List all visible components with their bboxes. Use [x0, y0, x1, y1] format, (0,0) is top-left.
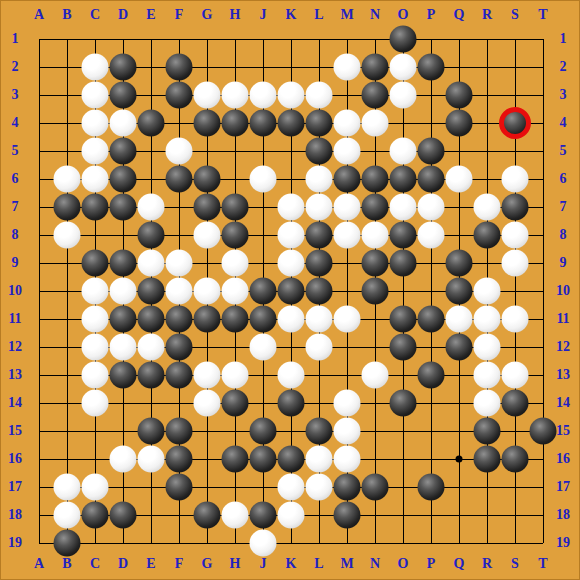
stone-black	[138, 110, 165, 137]
coordinate-label-bottom: S	[511, 556, 519, 572]
stone-black	[166, 54, 193, 81]
coordinate-label-top: Q	[454, 7, 465, 23]
coordinate-label-left: 4	[12, 115, 19, 131]
stone-black	[194, 502, 221, 529]
stone-white	[306, 306, 333, 333]
stone-white	[362, 110, 389, 137]
stone-black	[222, 110, 249, 137]
stone-black	[306, 278, 333, 305]
stone-black	[306, 222, 333, 249]
stone-black	[138, 362, 165, 389]
stone-white	[138, 334, 165, 361]
stone-white	[222, 82, 249, 109]
coordinate-label-right: 9	[560, 255, 567, 271]
stone-white	[334, 222, 361, 249]
stone-black	[278, 278, 305, 305]
coordinate-label-left: 14	[8, 395, 22, 411]
coordinate-label-bottom: P	[427, 556, 436, 572]
stone-white	[306, 334, 333, 361]
stone-black	[502, 194, 529, 221]
stone-white	[474, 334, 501, 361]
stone-black	[54, 530, 81, 557]
stone-black	[166, 82, 193, 109]
stone-black	[110, 250, 137, 277]
stone-white	[390, 194, 417, 221]
coordinate-label-top: G	[202, 7, 213, 23]
stone-black	[306, 250, 333, 277]
stone-black	[418, 138, 445, 165]
stone-black	[250, 502, 277, 529]
stone-black	[110, 54, 137, 81]
stone-black	[166, 306, 193, 333]
stone-white	[502, 222, 529, 249]
stone-black	[138, 306, 165, 333]
stone-white	[474, 278, 501, 305]
stone-white	[502, 250, 529, 277]
coordinate-label-bottom: E	[146, 556, 155, 572]
stone-black	[166, 166, 193, 193]
stone-white	[474, 306, 501, 333]
stone-black	[446, 110, 473, 137]
stone-black	[250, 110, 277, 137]
coordinate-label-left: 17	[8, 479, 22, 495]
stone-black	[306, 418, 333, 445]
stone-white	[334, 418, 361, 445]
stone-black	[194, 110, 221, 137]
coordinate-label-right: 1	[560, 31, 567, 47]
coordinate-label-right: 10	[556, 283, 570, 299]
stone-black	[278, 110, 305, 137]
stone-white	[250, 334, 277, 361]
stone-black	[474, 418, 501, 445]
coordinate-label-right: 8	[560, 227, 567, 243]
stone-white	[138, 446, 165, 473]
stone-white	[82, 390, 109, 417]
stone-white	[502, 306, 529, 333]
stone-white	[334, 194, 361, 221]
stone-black	[250, 306, 277, 333]
coordinate-label-top: B	[62, 7, 71, 23]
stone-white	[278, 502, 305, 529]
stone-black	[474, 222, 501, 249]
coordinate-label-top: T	[538, 7, 547, 23]
stone-black	[138, 222, 165, 249]
stone-white	[418, 194, 445, 221]
stone-black	[110, 306, 137, 333]
coordinate-label-left: 1	[12, 31, 19, 47]
coordinate-label-right: 5	[560, 143, 567, 159]
stone-white	[82, 166, 109, 193]
stone-white	[334, 110, 361, 137]
coordinate-label-right: 7	[560, 199, 567, 215]
stone-black	[166, 362, 193, 389]
stone-white	[334, 306, 361, 333]
stone-white	[250, 166, 277, 193]
stone-black	[334, 502, 361, 529]
stone-black	[138, 278, 165, 305]
stone-white	[334, 54, 361, 81]
coordinate-label-bottom: H	[230, 556, 241, 572]
stone-white	[194, 362, 221, 389]
stone-white	[474, 194, 501, 221]
coordinate-label-bottom: B	[62, 556, 71, 572]
stone-black	[334, 474, 361, 501]
stone-white	[54, 474, 81, 501]
stone-white	[362, 362, 389, 389]
stone-white	[82, 362, 109, 389]
stone-white	[446, 166, 473, 193]
stone-white	[278, 250, 305, 277]
stone-white	[390, 138, 417, 165]
stone-white	[306, 194, 333, 221]
coordinate-label-bottom: D	[118, 556, 128, 572]
coordinate-label-top: A	[34, 7, 44, 23]
stone-black	[390, 26, 417, 53]
stone-black	[250, 446, 277, 473]
stone-black	[502, 446, 529, 473]
stone-black	[362, 194, 389, 221]
coordinate-label-right: 2	[560, 59, 567, 75]
coordinate-label-bottom: G	[202, 556, 213, 572]
stone-black	[138, 418, 165, 445]
coordinate-label-bottom: T	[538, 556, 547, 572]
stone-white	[222, 250, 249, 277]
stone-white	[110, 110, 137, 137]
stone-black	[418, 166, 445, 193]
stone-white	[110, 278, 137, 305]
stone-white	[82, 306, 109, 333]
coordinate-label-top: O	[398, 7, 409, 23]
coordinate-label-right: 6	[560, 171, 567, 187]
stone-black	[222, 222, 249, 249]
coordinate-label-left: 18	[8, 507, 22, 523]
stone-black	[110, 138, 137, 165]
stone-white	[418, 222, 445, 249]
stone-black	[362, 54, 389, 81]
coordinate-label-right: 16	[556, 451, 570, 467]
coordinate-label-left: 11	[8, 311, 21, 327]
stone-black	[110, 166, 137, 193]
coordinate-label-top: C	[90, 7, 100, 23]
coordinate-label-bottom: L	[314, 556, 323, 572]
coordinate-label-right: 3	[560, 87, 567, 103]
stone-white	[82, 110, 109, 137]
stone-black	[446, 278, 473, 305]
stone-white	[278, 306, 305, 333]
stone-black	[250, 418, 277, 445]
coordinate-label-bottom: N	[370, 556, 380, 572]
coordinate-label-right: 13	[556, 367, 570, 383]
stone-black	[110, 362, 137, 389]
stone-black	[222, 390, 249, 417]
stone-black	[390, 306, 417, 333]
stone-black	[166, 446, 193, 473]
coordinate-label-left: 8	[12, 227, 19, 243]
stone-white	[306, 82, 333, 109]
stone-white	[250, 82, 277, 109]
coordinate-label-bottom: C	[90, 556, 100, 572]
stone-white	[194, 222, 221, 249]
stone-black	[278, 390, 305, 417]
stone-white	[334, 390, 361, 417]
stone-black	[474, 446, 501, 473]
coordinate-label-left: 10	[8, 283, 22, 299]
stone-white	[278, 194, 305, 221]
stone-white	[166, 138, 193, 165]
coordinate-label-top: F	[175, 7, 184, 23]
stone-black	[362, 278, 389, 305]
coordinate-label-right: 14	[556, 395, 570, 411]
stone-black	[194, 306, 221, 333]
stone-white	[82, 138, 109, 165]
stone-black	[110, 502, 137, 529]
stone-black	[418, 54, 445, 81]
stone-black	[530, 418, 557, 445]
coordinate-label-bottom: A	[34, 556, 44, 572]
stone-white	[390, 54, 417, 81]
stone-black	[418, 362, 445, 389]
stone-black	[222, 446, 249, 473]
stone-white	[278, 222, 305, 249]
coordinate-label-top: H	[230, 7, 241, 23]
stone-black	[222, 306, 249, 333]
stone-black	[362, 474, 389, 501]
stone-white	[138, 250, 165, 277]
coordinate-label-bottom: R	[482, 556, 492, 572]
stone-black	[82, 194, 109, 221]
coordinate-label-top: S	[511, 7, 519, 23]
stone-black	[166, 474, 193, 501]
stone-black	[446, 250, 473, 277]
coordinate-label-left: 19	[8, 535, 22, 551]
coordinate-label-bottom: O	[398, 556, 409, 572]
stone-black	[362, 250, 389, 277]
stone-black	[194, 194, 221, 221]
stone-white	[278, 474, 305, 501]
stone-white	[54, 166, 81, 193]
stone-white	[166, 250, 193, 277]
stone-white	[306, 166, 333, 193]
stone-white	[110, 334, 137, 361]
stone-white	[334, 138, 361, 165]
coordinate-label-right: 12	[556, 339, 570, 355]
stone-white	[474, 362, 501, 389]
stone-black	[362, 82, 389, 109]
coordinate-label-top: L	[314, 7, 323, 23]
stone-black	[110, 82, 137, 109]
stone-white	[390, 82, 417, 109]
coordinate-label-top: R	[482, 7, 492, 23]
stone-black	[362, 166, 389, 193]
stone-black	[194, 166, 221, 193]
stone-white	[54, 502, 81, 529]
stone-white	[82, 82, 109, 109]
stone-white	[82, 54, 109, 81]
stone-black	[390, 222, 417, 249]
stone-white	[54, 222, 81, 249]
coordinate-label-left: 7	[12, 199, 19, 215]
stone-black	[82, 250, 109, 277]
stone-white	[194, 390, 221, 417]
stone-black	[390, 250, 417, 277]
coordinate-label-left: 2	[12, 59, 19, 75]
coordinate-label-left: 15	[8, 423, 22, 439]
stone-black	[418, 474, 445, 501]
stone-white	[474, 390, 501, 417]
stone-black	[278, 446, 305, 473]
stone-white	[82, 278, 109, 305]
stone-white	[222, 278, 249, 305]
stone-white	[110, 446, 137, 473]
stone-white	[446, 306, 473, 333]
stone-black	[418, 306, 445, 333]
stone-white	[278, 362, 305, 389]
stone-black	[166, 334, 193, 361]
stone-white	[362, 222, 389, 249]
stone-black	[110, 194, 137, 221]
coordinate-label-top: N	[370, 7, 380, 23]
coordinate-label-left: 5	[12, 143, 19, 159]
stone-white	[278, 82, 305, 109]
stone-white	[194, 278, 221, 305]
hoshi-dot	[456, 456, 463, 463]
go-board[interactable]: AABBCCDDEEFFGGHHJJKKLLMMNNOOPPQQRRSSTT11…	[0, 0, 580, 580]
stone-white	[82, 334, 109, 361]
last-move-marker	[499, 107, 531, 139]
coordinate-label-left: 12	[8, 339, 22, 355]
stone-black	[390, 166, 417, 193]
coordinate-label-bottom: M	[340, 556, 353, 572]
stone-white	[306, 474, 333, 501]
stone-white	[250, 530, 277, 557]
stone-black	[166, 418, 193, 445]
coordinate-label-top: P	[427, 7, 436, 23]
coordinate-label-right: 19	[556, 535, 570, 551]
stone-black	[306, 138, 333, 165]
stone-black	[334, 166, 361, 193]
coordinate-label-left: 13	[8, 367, 22, 383]
stone-white	[138, 194, 165, 221]
stone-white	[306, 446, 333, 473]
stone-white	[222, 362, 249, 389]
stone-white	[222, 502, 249, 529]
coordinate-label-bottom: Q	[454, 556, 465, 572]
stone-black	[306, 110, 333, 137]
stone-white	[334, 446, 361, 473]
stone-black	[446, 82, 473, 109]
stone-white	[194, 82, 221, 109]
coordinate-label-left: 3	[12, 87, 19, 103]
coordinate-label-right: 15	[556, 423, 570, 439]
stone-black	[250, 278, 277, 305]
coordinate-label-top: E	[146, 7, 155, 23]
coordinate-label-right: 11	[556, 311, 569, 327]
coordinate-label-top: D	[118, 7, 128, 23]
coordinate-label-top: K	[286, 7, 297, 23]
stone-black	[82, 502, 109, 529]
stone-black	[222, 194, 249, 221]
coordinate-label-right: 4	[560, 115, 567, 131]
coordinate-label-right: 17	[556, 479, 570, 495]
coordinate-label-left: 6	[12, 171, 19, 187]
stone-black	[502, 390, 529, 417]
stone-white	[502, 166, 529, 193]
coordinate-label-left: 9	[12, 255, 19, 271]
stone-black	[54, 194, 81, 221]
coordinate-label-bottom: J	[260, 556, 267, 572]
stone-black	[390, 334, 417, 361]
coordinate-label-top: M	[340, 7, 353, 23]
stone-white	[502, 362, 529, 389]
stone-black	[446, 334, 473, 361]
stone-white	[82, 474, 109, 501]
coordinate-label-right: 18	[556, 507, 570, 523]
stone-black	[390, 390, 417, 417]
coordinate-label-bottom: K	[286, 556, 297, 572]
coordinate-label-bottom: F	[175, 556, 184, 572]
coordinate-label-left: 16	[8, 451, 22, 467]
coordinate-label-top: J	[260, 7, 267, 23]
stone-white	[166, 278, 193, 305]
